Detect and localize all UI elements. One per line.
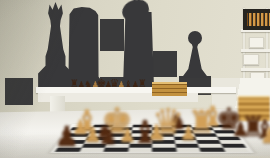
black-knight-glyph: ♞ bbox=[94, 121, 119, 149]
chess-classroom-photo: ♜♟♞♟♚♟♛♟♝♟♜ ♝♞♚♝♟♜♚♟♛♜♝♟♟♟♟♟♝♞♟ bbox=[0, 0, 270, 158]
miniature-piece-glyph: ♜ bbox=[138, 79, 147, 89]
white-box bbox=[249, 37, 264, 48]
board-square bbox=[199, 148, 225, 152]
striped-book-row bbox=[243, 9, 270, 30]
black-bishop-glyph: ♝ bbox=[131, 116, 160, 148]
pawn-silhouette bbox=[181, 42, 209, 78]
black-pawn-glyph: ♟ bbox=[54, 123, 79, 151]
white-pawn-glyph: ♟ bbox=[180, 123, 198, 143]
board-square bbox=[223, 148, 249, 152]
bishop-silhouette bbox=[66, 7, 101, 88]
mural-dark-square bbox=[100, 19, 124, 51]
queen-silhouette bbox=[37, 2, 74, 88]
mural-dark-square bbox=[153, 51, 177, 77]
white-box bbox=[243, 54, 259, 65]
shelf-board bbox=[241, 49, 270, 52]
wooden-chess-box bbox=[152, 82, 187, 96]
light-pawn-glyph: ♟ bbox=[260, 125, 270, 147]
mural-dark-square bbox=[5, 78, 33, 105]
board-square bbox=[176, 148, 201, 152]
bishop-silhouette bbox=[123, 12, 154, 88]
shelf-board bbox=[241, 68, 270, 71]
